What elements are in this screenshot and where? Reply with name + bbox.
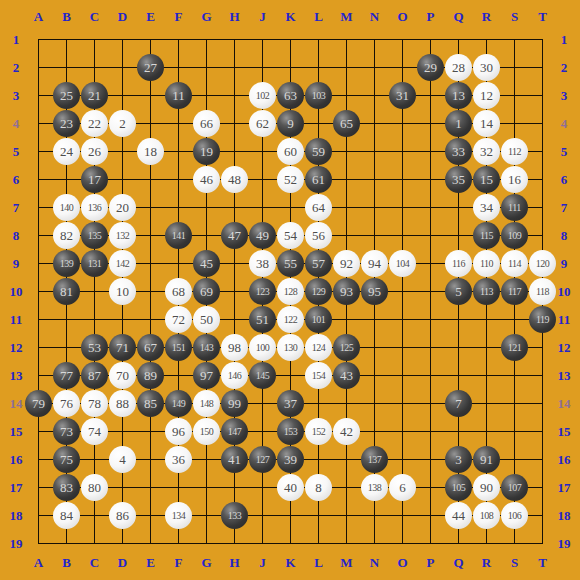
stone-black-31-O3: 31	[389, 82, 416, 109]
move-number: 99	[228, 396, 241, 412]
col-label-bottom-G: G	[193, 555, 220, 571]
stone-white-140-B7: 140	[53, 194, 80, 221]
move-number: 117	[508, 286, 521, 297]
col-label-top-N: N	[361, 9, 388, 25]
move-number: 121	[508, 342, 522, 353]
stone-white-80-C17: 80	[81, 474, 108, 501]
move-number: 69	[200, 284, 213, 300]
move-number: 29	[424, 60, 437, 76]
row-label-left-13: 13	[3, 368, 29, 384]
move-number: 146	[228, 370, 242, 381]
col-label-top-L: L	[305, 9, 332, 25]
stone-white-12-R3: 12	[473, 82, 500, 109]
stone-black-79-A14: 79	[25, 390, 52, 417]
move-number: 18	[144, 144, 157, 160]
row-label-right-15: 15	[551, 424, 577, 440]
col-label-bottom-A: A	[25, 555, 52, 571]
move-number: 23	[60, 116, 73, 132]
move-number: 154	[312, 370, 326, 381]
stone-black-119-T11: 119	[529, 306, 556, 333]
row-label-left-16: 16	[3, 452, 29, 468]
move-number: 145	[256, 370, 270, 381]
move-number: 81	[60, 284, 73, 300]
move-number: 40	[284, 480, 297, 496]
col-label-bottom-D: D	[109, 555, 136, 571]
stone-black-147-H15: 147	[221, 418, 248, 445]
stone-black-85-E14: 85	[137, 390, 164, 417]
stone-white-74-C15: 74	[81, 418, 108, 445]
stone-white-90-R17: 90	[473, 474, 500, 501]
move-number: 8	[315, 480, 322, 496]
stone-white-102-J3: 102	[249, 82, 276, 109]
stone-black-117-S10: 117	[501, 278, 528, 305]
move-number: 125	[340, 342, 354, 353]
move-number: 148	[200, 398, 214, 409]
row-label-left-6: 6	[3, 172, 29, 188]
stone-white-46-G6: 46	[193, 166, 220, 193]
stone-white-20-D7: 20	[109, 194, 136, 221]
stone-white-6-O17: 6	[389, 474, 416, 501]
stone-black-125-M12: 125	[333, 334, 360, 361]
move-number: 149	[172, 398, 186, 409]
move-number: 123	[256, 286, 270, 297]
stone-white-152-L15: 152	[305, 418, 332, 445]
col-label-bottom-E: E	[137, 555, 164, 571]
move-number: 76	[60, 396, 73, 412]
col-label-bottom-L: L	[305, 555, 332, 571]
col-label-top-K: K	[277, 9, 304, 25]
move-number: 42	[340, 424, 353, 440]
row-label-right-17: 17	[551, 480, 577, 496]
move-number: 140	[60, 202, 74, 213]
stone-black-115-R8: 115	[473, 222, 500, 249]
stone-black-63-K3: 63	[277, 82, 304, 109]
move-number: 28	[452, 60, 465, 76]
move-number: 44	[452, 508, 465, 524]
move-number: 17	[88, 172, 101, 188]
move-number: 65	[340, 116, 353, 132]
stone-white-38-J9: 38	[249, 250, 276, 277]
col-label-top-C: C	[81, 9, 108, 25]
stone-white-94-N9: 94	[361, 250, 388, 277]
row-label-left-7: 7	[3, 200, 29, 216]
move-number: 27	[144, 60, 157, 76]
move-number: 142	[116, 258, 130, 269]
move-number: 2	[119, 116, 126, 132]
move-number: 90	[480, 480, 493, 496]
move-number: 62	[256, 116, 269, 132]
col-label-top-S: S	[501, 9, 528, 25]
row-label-right-1: 1	[551, 32, 577, 48]
move-number: 73	[60, 424, 73, 440]
stone-black-69-G10: 69	[193, 278, 220, 305]
go-board-diagram: ABCDEFGHJKLMNOPQRST ABCDEFGHJKLMNOPQRST …	[0, 0, 580, 580]
col-label-top-G: G	[193, 9, 220, 25]
move-number: 129	[312, 286, 326, 297]
move-number: 71	[116, 340, 129, 356]
move-number: 1	[455, 116, 462, 132]
stone-black-111-S7: 111	[501, 194, 528, 221]
col-label-top-T: T	[529, 9, 556, 25]
move-number: 19	[200, 144, 213, 160]
col-label-top-A: A	[25, 9, 52, 25]
row-label-left-10: 10	[3, 284, 29, 300]
move-number: 78	[88, 396, 101, 412]
stone-black-107-S17: 107	[501, 474, 528, 501]
move-number: 122	[284, 314, 298, 325]
col-label-bottom-J: J	[249, 555, 276, 571]
move-number: 15	[480, 172, 493, 188]
row-label-right-13: 13	[551, 368, 577, 384]
move-number: 139	[60, 258, 74, 269]
stone-white-92-M9: 92	[333, 250, 360, 277]
move-number: 107	[508, 482, 522, 493]
move-number: 7	[455, 396, 462, 412]
row-label-right-3: 3	[551, 88, 577, 104]
stone-white-22-C4: 22	[81, 110, 108, 137]
stone-black-149-F14: 149	[165, 390, 192, 417]
move-number: 134	[172, 510, 186, 521]
move-number: 101	[312, 314, 326, 325]
move-number: 43	[340, 368, 353, 384]
stone-white-146-H13: 146	[221, 362, 248, 389]
move-number: 118	[536, 286, 549, 297]
row-label-right-2: 2	[551, 60, 577, 76]
stone-white-134-F18: 134	[165, 502, 192, 529]
move-number: 50	[200, 312, 213, 328]
stone-white-104-O9: 104	[389, 250, 416, 277]
move-number: 53	[88, 340, 101, 356]
move-number: 137	[368, 454, 382, 465]
move-number: 135	[88, 230, 102, 241]
stone-white-24-B5: 24	[53, 138, 80, 165]
row-label-left-3: 3	[3, 88, 29, 104]
stone-black-15-R6: 15	[473, 166, 500, 193]
move-number: 150	[200, 426, 214, 437]
move-number: 16	[508, 172, 521, 188]
stone-black-95-N10: 95	[361, 278, 388, 305]
move-number: 11	[172, 88, 185, 104]
stone-black-37-K14: 37	[277, 390, 304, 417]
row-label-left-12: 12	[3, 340, 29, 356]
stone-white-82-B8: 82	[53, 222, 80, 249]
row-label-right-12: 12	[551, 340, 577, 356]
move-number: 93	[340, 284, 353, 300]
row-label-right-5: 5	[551, 144, 577, 160]
stone-black-41-H16: 41	[221, 446, 248, 473]
stone-white-28-Q2: 28	[445, 54, 472, 81]
move-number: 30	[480, 60, 493, 76]
move-number: 10	[116, 284, 129, 300]
row-label-right-4: 4	[551, 116, 577, 132]
move-number: 49	[256, 228, 269, 244]
stone-white-64-L7: 64	[305, 194, 332, 221]
stone-white-122-K11: 122	[277, 306, 304, 333]
stone-white-96-F15: 96	[165, 418, 192, 445]
move-number: 3	[455, 452, 462, 468]
move-number: 41	[228, 452, 241, 468]
stone-white-48-H6: 48	[221, 166, 248, 193]
stone-black-123-J10: 123	[249, 278, 276, 305]
stone-black-35-Q6: 35	[445, 166, 472, 193]
move-number: 82	[60, 228, 73, 244]
move-number: 103	[312, 90, 326, 101]
col-label-top-P: P	[417, 9, 444, 25]
move-number: 88	[116, 396, 129, 412]
stone-white-26-C5: 26	[81, 138, 108, 165]
stone-black-139-B9: 139	[53, 250, 80, 277]
stone-black-71-D12: 71	[109, 334, 136, 361]
move-number: 4	[119, 452, 126, 468]
move-number: 89	[144, 368, 157, 384]
stone-black-67-E12: 67	[137, 334, 164, 361]
stone-black-13-Q3: 13	[445, 82, 472, 109]
move-number: 26	[88, 144, 101, 160]
move-number: 39	[284, 452, 297, 468]
stone-white-10-D10: 10	[109, 278, 136, 305]
stone-black-19-G5: 19	[193, 138, 220, 165]
col-label-top-J: J	[249, 9, 276, 25]
stone-black-53-C12: 53	[81, 334, 108, 361]
col-label-top-F: F	[165, 9, 192, 25]
move-number: 106	[508, 510, 522, 521]
move-number: 37	[284, 396, 297, 412]
move-number: 9	[287, 116, 294, 132]
col-label-bottom-N: N	[361, 555, 388, 571]
move-number: 63	[284, 88, 297, 104]
stone-black-17-C6: 17	[81, 166, 108, 193]
stone-black-97-G13: 97	[193, 362, 220, 389]
move-number: 22	[88, 116, 101, 132]
stone-white-72-F11: 72	[165, 306, 192, 333]
stone-white-50-G11: 50	[193, 306, 220, 333]
move-number: 54	[284, 228, 297, 244]
stone-black-89-E13: 89	[137, 362, 164, 389]
move-number: 92	[340, 256, 353, 272]
row-label-right-18: 18	[551, 508, 577, 524]
move-number: 104	[396, 258, 410, 269]
stone-black-75-B16: 75	[53, 446, 80, 473]
stone-white-136-C7: 136	[81, 194, 108, 221]
move-number: 132	[116, 230, 130, 241]
stone-black-103-L3: 103	[305, 82, 332, 109]
stone-black-131-C9: 131	[81, 250, 108, 277]
col-label-top-B: B	[53, 9, 80, 25]
stone-black-137-N16: 137	[361, 446, 388, 473]
stone-black-127-J16: 127	[249, 446, 276, 473]
move-number: 59	[312, 144, 325, 160]
stone-black-33-Q5: 33	[445, 138, 472, 165]
col-label-bottom-Q: Q	[445, 555, 472, 571]
stone-black-9-K4: 9	[277, 110, 304, 137]
stone-white-154-L13: 154	[305, 362, 332, 389]
move-number: 31	[396, 88, 409, 104]
row-label-right-8: 8	[551, 228, 577, 244]
stone-black-105-Q17: 105	[445, 474, 472, 501]
stone-white-78-C14: 78	[81, 390, 108, 417]
stone-white-60-K5: 60	[277, 138, 304, 165]
move-number: 91	[480, 452, 493, 468]
col-label-bottom-T: T	[529, 555, 556, 571]
stone-white-18-E5: 18	[137, 138, 164, 165]
col-label-top-R: R	[473, 9, 500, 25]
stone-black-113-R10: 113	[473, 278, 500, 305]
move-number: 80	[88, 480, 101, 496]
move-number: 77	[60, 368, 73, 384]
stone-white-106-S18: 106	[501, 502, 528, 529]
move-number: 51	[256, 312, 269, 328]
move-number: 138	[368, 482, 382, 493]
stone-white-100-J12: 100	[249, 334, 276, 361]
stone-white-116-Q9: 116	[445, 250, 472, 277]
stone-black-93-M10: 93	[333, 278, 360, 305]
move-number: 115	[480, 230, 493, 241]
move-number: 57	[312, 256, 325, 272]
move-number: 136	[88, 202, 102, 213]
row-label-left-18: 18	[3, 508, 29, 524]
col-label-top-M: M	[333, 9, 360, 25]
stone-white-84-B18: 84	[53, 502, 80, 529]
move-number: 85	[144, 396, 157, 412]
move-number: 143	[200, 342, 214, 353]
move-number: 6	[399, 480, 406, 496]
move-number: 153	[284, 426, 298, 437]
row-label-left-19: 19	[3, 536, 29, 552]
stone-black-27-E2: 27	[137, 54, 164, 81]
stone-white-34-R7: 34	[473, 194, 500, 221]
stone-black-61-L6: 61	[305, 166, 332, 193]
col-label-bottom-P: P	[417, 555, 444, 571]
move-number: 111	[508, 202, 521, 213]
stone-black-55-K9: 55	[277, 250, 304, 277]
move-number: 108	[480, 510, 494, 521]
stone-white-32-R5: 32	[473, 138, 500, 165]
move-number: 12	[480, 88, 493, 104]
move-number: 47	[228, 228, 241, 244]
stone-white-130-K12: 130	[277, 334, 304, 361]
move-number: 87	[88, 368, 101, 384]
move-number: 112	[508, 146, 521, 157]
move-number: 97	[200, 368, 213, 384]
move-number: 128	[284, 286, 298, 297]
move-number: 116	[452, 258, 465, 269]
stone-white-2-D4: 2	[109, 110, 136, 137]
move-number: 124	[312, 342, 326, 353]
stone-white-86-D18: 86	[109, 502, 136, 529]
move-number: 131	[88, 258, 102, 269]
move-number: 74	[88, 424, 101, 440]
row-label-left-2: 2	[3, 60, 29, 76]
row-label-left-9: 9	[3, 256, 29, 272]
stone-black-29-P2: 29	[417, 54, 444, 81]
stone-white-16-S6: 16	[501, 166, 528, 193]
stone-white-108-R18: 108	[473, 502, 500, 529]
move-number: 141	[172, 230, 186, 241]
stone-black-77-B13: 77	[53, 362, 80, 389]
move-number: 60	[284, 144, 297, 160]
move-number: 75	[60, 452, 73, 468]
stone-white-40-K17: 40	[277, 474, 304, 501]
stone-black-51-J11: 51	[249, 306, 276, 333]
stone-black-153-K15: 153	[277, 418, 304, 445]
stone-black-121-S12: 121	[501, 334, 528, 361]
stone-white-112-S5: 112	[501, 138, 528, 165]
stone-black-21-C3: 21	[81, 82, 108, 109]
stone-black-47-H8: 47	[221, 222, 248, 249]
move-number: 34	[480, 200, 493, 216]
stone-black-5-Q10: 5	[445, 278, 472, 305]
stone-white-120-T9: 120	[529, 250, 556, 277]
stone-white-70-D13: 70	[109, 362, 136, 389]
stone-white-88-D14: 88	[109, 390, 136, 417]
col-label-bottom-O: O	[389, 555, 416, 571]
move-number: 36	[172, 452, 185, 468]
stone-white-150-G15: 150	[193, 418, 220, 445]
move-number: 52	[284, 172, 297, 188]
move-number: 102	[256, 90, 270, 101]
move-number: 84	[60, 508, 73, 524]
move-number: 98	[228, 340, 241, 356]
stone-black-59-L5: 59	[305, 138, 332, 165]
col-label-top-O: O	[389, 9, 416, 25]
stone-white-8-L17: 8	[305, 474, 332, 501]
stone-white-66-G4: 66	[193, 110, 220, 137]
col-label-bottom-R: R	[473, 555, 500, 571]
row-label-left-8: 8	[3, 228, 29, 244]
stone-black-99-H14: 99	[221, 390, 248, 417]
stone-black-129-L10: 129	[305, 278, 332, 305]
move-number: 24	[60, 144, 73, 160]
move-number: 46	[200, 172, 213, 188]
stone-black-141-F8: 141	[165, 222, 192, 249]
stone-white-128-K10: 128	[277, 278, 304, 305]
move-number: 66	[200, 116, 213, 132]
row-label-left-1: 1	[3, 32, 29, 48]
move-number: 48	[228, 172, 241, 188]
move-number: 151	[172, 342, 186, 353]
stone-black-73-B15: 73	[53, 418, 80, 445]
stone-white-148-G14: 148	[193, 390, 220, 417]
move-number: 133	[228, 510, 242, 521]
stone-black-145-J13: 145	[249, 362, 276, 389]
row-label-right-6: 6	[551, 172, 577, 188]
col-label-bottom-F: F	[165, 555, 192, 571]
col-label-bottom-B: B	[53, 555, 80, 571]
row-label-left-4: 4	[3, 116, 29, 132]
stone-black-133-H18: 133	[221, 502, 248, 529]
row-label-right-19: 19	[551, 536, 577, 552]
row-label-right-16: 16	[551, 452, 577, 468]
move-number: 147	[228, 426, 242, 437]
stone-white-68-F10: 68	[165, 278, 192, 305]
move-number: 14	[480, 116, 493, 132]
stone-black-65-M4: 65	[333, 110, 360, 137]
row-label-right-7: 7	[551, 200, 577, 216]
move-number: 56	[312, 228, 325, 244]
stone-black-87-C13: 87	[81, 362, 108, 389]
move-number: 96	[172, 424, 185, 440]
stone-white-114-S9: 114	[501, 250, 528, 277]
col-label-top-D: D	[109, 9, 136, 25]
stone-white-42-M15: 42	[333, 418, 360, 445]
stone-black-49-J8: 49	[249, 222, 276, 249]
col-label-bottom-K: K	[277, 555, 304, 571]
col-label-bottom-S: S	[501, 555, 528, 571]
stone-white-14-R4: 14	[473, 110, 500, 137]
stone-white-4-D16: 4	[109, 446, 136, 473]
stone-black-151-F12: 151	[165, 334, 192, 361]
stone-black-81-B10: 81	[53, 278, 80, 305]
